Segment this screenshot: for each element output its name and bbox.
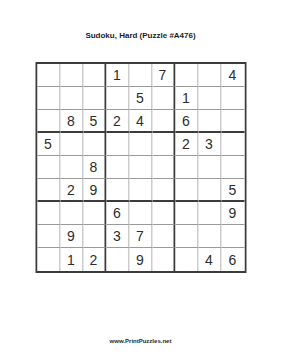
sudoku-cell-r2c4 bbox=[106, 87, 129, 110]
sudoku-cell-r9c7 bbox=[175, 248, 198, 271]
sudoku-cell-r1c1 bbox=[37, 64, 60, 87]
sudoku-cell-r7c8 bbox=[198, 202, 221, 225]
sudoku-cell-r4c7: 2 bbox=[175, 133, 198, 156]
sudoku-cell-r7c7 bbox=[175, 202, 198, 225]
sudoku-cell-r3c4: 2 bbox=[106, 110, 129, 133]
sudoku-cell-r4c8: 3 bbox=[198, 133, 221, 156]
sudoku-cell-r6c9: 5 bbox=[221, 179, 244, 202]
sudoku-cell-r9c8: 4 bbox=[198, 248, 221, 271]
sudoku-cell-r5c5 bbox=[129, 156, 152, 179]
sudoku-cell-r4c1: 5 bbox=[37, 133, 60, 156]
sudoku-cell-r1c2 bbox=[60, 64, 83, 87]
sudoku-cell-r6c2: 2 bbox=[60, 179, 83, 202]
page-title: Sudoku, Hard (Puzzle #A476) bbox=[0, 31, 281, 40]
sudoku-cell-r8c6 bbox=[152, 225, 175, 248]
sudoku-cell-r7c5 bbox=[129, 202, 152, 225]
sudoku-cell-r8c3 bbox=[83, 225, 106, 248]
sudoku-cell-r6c5 bbox=[129, 179, 152, 202]
sudoku-cell-r3c2: 8 bbox=[60, 110, 83, 133]
sudoku-cell-r6c7 bbox=[175, 179, 198, 202]
sudoku-cell-r3c3: 5 bbox=[83, 110, 106, 133]
sudoku-cell-r6c1 bbox=[37, 179, 60, 202]
sudoku-cell-r2c6 bbox=[152, 87, 175, 110]
sudoku-cell-r8c9 bbox=[221, 225, 244, 248]
sudoku-cell-r7c4: 6 bbox=[106, 202, 129, 225]
sudoku-cell-r5c2 bbox=[60, 156, 83, 179]
sudoku-cell-r9c5: 9 bbox=[129, 248, 152, 271]
sudoku-cell-r7c9: 9 bbox=[221, 202, 244, 225]
sudoku-cell-r3c5: 4 bbox=[129, 110, 152, 133]
sudoku-cell-r7c1 bbox=[37, 202, 60, 225]
sudoku-cell-r1c9: 4 bbox=[221, 64, 244, 87]
sudoku-cell-r3c6 bbox=[152, 110, 175, 133]
sudoku-cell-r2c3 bbox=[83, 87, 106, 110]
sudoku-cell-r8c4: 3 bbox=[106, 225, 129, 248]
sudoku-cell-r8c5: 7 bbox=[129, 225, 152, 248]
sudoku-cell-r2c2 bbox=[60, 87, 83, 110]
sudoku-cell-r9c9: 6 bbox=[221, 248, 244, 271]
footer-url: www.PrintPuzzles.net bbox=[0, 338, 281, 344]
sudoku-cell-r2c8 bbox=[198, 87, 221, 110]
sudoku-cell-r5c4 bbox=[106, 156, 129, 179]
sudoku-cell-r5c3: 8 bbox=[83, 156, 106, 179]
sudoku-board: 174518524652382956993712946 bbox=[35, 62, 246, 273]
sudoku-cell-r9c1 bbox=[37, 248, 60, 271]
sudoku-cell-r7c2 bbox=[60, 202, 83, 225]
sudoku-cell-r9c2: 1 bbox=[60, 248, 83, 271]
sudoku-cell-r2c7: 1 bbox=[175, 87, 198, 110]
sudoku-cell-r1c8 bbox=[198, 64, 221, 87]
sudoku-cell-r9c3: 2 bbox=[83, 248, 106, 271]
sudoku-cell-r3c1 bbox=[37, 110, 60, 133]
sudoku-cell-r2c1 bbox=[37, 87, 60, 110]
sudoku-cell-r8c7 bbox=[175, 225, 198, 248]
sudoku-cell-r5c7 bbox=[175, 156, 198, 179]
sudoku-cell-r4c6 bbox=[152, 133, 175, 156]
sudoku-cell-r6c6 bbox=[152, 179, 175, 202]
sudoku-cell-r3c8 bbox=[198, 110, 221, 133]
sudoku-cell-r6c3: 9 bbox=[83, 179, 106, 202]
sudoku-cell-r4c9 bbox=[221, 133, 244, 156]
sudoku-cell-r3c9 bbox=[221, 110, 244, 133]
sudoku-cell-r1c4: 1 bbox=[106, 64, 129, 87]
sudoku-cell-r4c3 bbox=[83, 133, 106, 156]
sudoku-cell-r3c7: 6 bbox=[175, 110, 198, 133]
sudoku-cell-r4c4 bbox=[106, 133, 129, 156]
sudoku-cell-r8c1 bbox=[37, 225, 60, 248]
sudoku-cell-r8c2: 9 bbox=[60, 225, 83, 248]
sudoku-cell-r1c7 bbox=[175, 64, 198, 87]
sudoku-cell-r1c3 bbox=[83, 64, 106, 87]
sudoku-cell-r5c8 bbox=[198, 156, 221, 179]
sudoku-cell-r9c4 bbox=[106, 248, 129, 271]
sudoku-cell-r5c9 bbox=[221, 156, 244, 179]
sudoku-cell-r5c1 bbox=[37, 156, 60, 179]
sudoku-cell-r5c6 bbox=[152, 156, 175, 179]
sudoku-cell-r2c9 bbox=[221, 87, 244, 110]
sudoku-cell-r4c2 bbox=[60, 133, 83, 156]
sudoku-cell-r4c5 bbox=[129, 133, 152, 156]
sudoku-cell-r7c3 bbox=[83, 202, 106, 225]
sudoku-cell-r1c5 bbox=[129, 64, 152, 87]
sudoku-cell-r6c8 bbox=[198, 179, 221, 202]
sudoku-cell-r6c4 bbox=[106, 179, 129, 202]
sudoku-page: Sudoku, Hard (Puzzle #A476) 174518524652… bbox=[0, 0, 281, 363]
sudoku-cell-r8c8 bbox=[198, 225, 221, 248]
sudoku-cell-r2c5: 5 bbox=[129, 87, 152, 110]
sudoku-cell-r1c6: 7 bbox=[152, 64, 175, 87]
sudoku-cell-r7c6 bbox=[152, 202, 175, 225]
sudoku-cell-r9c6 bbox=[152, 248, 175, 271]
